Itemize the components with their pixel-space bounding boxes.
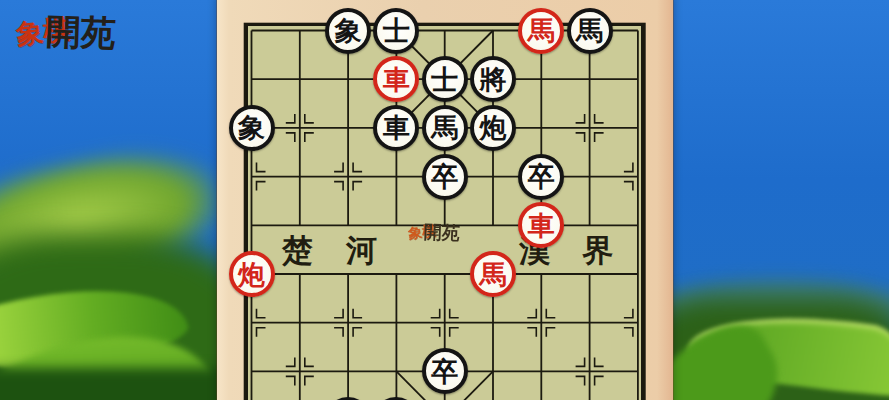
piece-black-車[interactable]: 車 [373, 105, 419, 151]
piece-black-卒[interactable]: 卒 [518, 154, 564, 200]
scene: 楚河 漢界 象棋開苑 象棋開苑 象士馬馬車士將象車馬炮卒卒車炮馬卒 [0, 0, 889, 400]
piece-red-炮[interactable]: 炮 [229, 251, 275, 297]
piece-red-馬[interactable]: 馬 [518, 8, 564, 54]
piece-black-卒[interactable]: 卒 [422, 348, 468, 394]
river-text-chu-he: 楚河 [282, 232, 410, 268]
app-logo: 象棋開苑 [16, 20, 88, 52]
piece-black-馬[interactable]: 馬 [567, 8, 613, 54]
piece-black-炮[interactable]: 炮 [470, 105, 516, 151]
piece-black-士[interactable]: 士 [422, 56, 468, 102]
piece-red-馬[interactable]: 馬 [470, 251, 516, 297]
piece-black-象[interactable]: 象 [229, 105, 275, 151]
logo-dark-characters: 開苑 [423, 224, 445, 241]
logo-dark-characters: 開苑 [45, 15, 88, 48]
piece-black-士[interactable]: 士 [373, 8, 419, 54]
piece-black-馬[interactable]: 馬 [422, 105, 468, 151]
river-watermark-logo: 象棋開苑 [408, 226, 445, 242]
piece-black-象[interactable]: 象 [325, 8, 371, 54]
piece-black-將[interactable]: 將 [470, 56, 516, 102]
piece-black-卒[interactable]: 卒 [422, 154, 468, 200]
